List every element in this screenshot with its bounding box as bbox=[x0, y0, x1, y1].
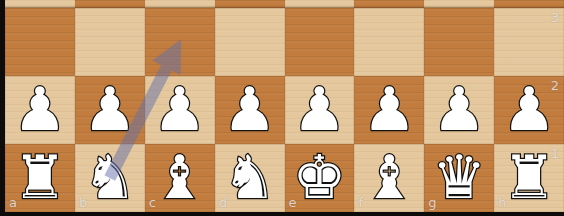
square-b1[interactable]: ♞b bbox=[75, 144, 145, 212]
square-g1[interactable]: ♛g bbox=[424, 144, 494, 212]
piece-white-pawn-c2[interactable]: ♟ bbox=[145, 75, 215, 143]
square-f3[interactable] bbox=[354, 8, 424, 76]
square-a1[interactable]: ♜a bbox=[5, 144, 75, 212]
square-h4[interactable] bbox=[494, 0, 564, 8]
piece-white-pawn-h2[interactable]: ♟ bbox=[494, 75, 564, 143]
square-b3[interactable] bbox=[75, 8, 145, 76]
square-f1[interactable]: ♝f bbox=[354, 144, 424, 212]
piece-white-king-e1[interactable]: ♚ bbox=[285, 143, 355, 211]
square-b4[interactable] bbox=[75, 0, 145, 8]
square-c3[interactable] bbox=[145, 8, 215, 76]
square-f4[interactable] bbox=[354, 0, 424, 8]
square-d3[interactable] bbox=[215, 8, 285, 76]
square-e4[interactable] bbox=[285, 0, 355, 8]
square-d1[interactable]: ♞d bbox=[215, 144, 285, 212]
piece-white-pawn-b2[interactable]: ♟ bbox=[75, 75, 145, 143]
square-b2[interactable]: ♟ bbox=[75, 76, 145, 144]
piece-white-bishop-f1[interactable]: ♝ bbox=[354, 143, 424, 211]
square-e3[interactable] bbox=[285, 8, 355, 76]
piece-white-knight-d1[interactable]: ♞ bbox=[215, 143, 285, 211]
square-e2[interactable]: ♟ bbox=[285, 76, 355, 144]
square-e1[interactable]: ♚e bbox=[285, 144, 355, 212]
piece-white-knight-b1[interactable]: ♞ bbox=[75, 143, 145, 211]
piece-white-pawn-f2[interactable]: ♟ bbox=[354, 75, 424, 143]
square-g2[interactable]: ♟ bbox=[424, 76, 494, 144]
piece-white-pawn-g2[interactable]: ♟ bbox=[424, 75, 494, 143]
square-h2[interactable]: ♟2 bbox=[494, 76, 564, 144]
square-c1[interactable]: ♝c bbox=[145, 144, 215, 212]
square-g4[interactable] bbox=[424, 0, 494, 8]
square-c2[interactable]: ♟ bbox=[145, 76, 215, 144]
piece-white-rook-a1[interactable]: ♜ bbox=[5, 143, 75, 211]
square-a4[interactable] bbox=[5, 0, 75, 8]
square-g3[interactable] bbox=[424, 8, 494, 76]
piece-white-pawn-a2[interactable]: ♟ bbox=[5, 75, 75, 143]
square-d2[interactable]: ♟ bbox=[215, 76, 285, 144]
square-a2[interactable]: ♟ bbox=[5, 76, 75, 144]
square-a3[interactable] bbox=[5, 8, 75, 76]
piece-white-pawn-d2[interactable]: ♟ bbox=[215, 75, 285, 143]
piece-white-queen-g1[interactable]: ♛ bbox=[424, 143, 494, 211]
piece-white-bishop-c1[interactable]: ♝ bbox=[145, 143, 215, 211]
square-h1[interactable]: ♜h1 bbox=[494, 144, 564, 212]
square-h3[interactable]: 3 bbox=[494, 8, 564, 76]
piece-white-pawn-e2[interactable]: ♟ bbox=[285, 75, 355, 143]
square-d4[interactable] bbox=[215, 0, 285, 8]
square-c4[interactable] bbox=[145, 0, 215, 8]
square-f2[interactable]: ♟ bbox=[354, 76, 424, 144]
chess-board: 3♟♟♟♟♟♟♟♟2♜a♞b♝c♞d♚e♝f♛g♜h1 bbox=[5, 0, 564, 212]
board-frame: 3♟♟♟♟♟♟♟♟2♜a♞b♝c♞d♚e♝f♛g♜h1 bbox=[0, 0, 564, 216]
rank-label-3: 3 bbox=[551, 10, 559, 25]
piece-white-rook-h1[interactable]: ♜ bbox=[494, 143, 564, 211]
